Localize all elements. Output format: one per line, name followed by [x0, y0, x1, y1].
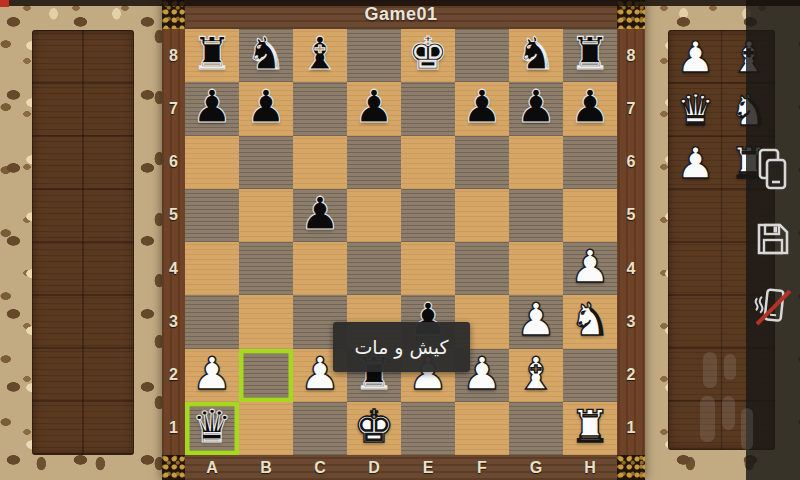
square-g4[interactable]	[509, 242, 563, 295]
square-e8[interactable]: ♚	[401, 29, 455, 82]
square-c4[interactable]	[293, 242, 347, 295]
piece-black-rook: ♜	[570, 31, 610, 76]
piece-white-pawn: ♟	[192, 351, 232, 396]
corner-ornament	[162, 455, 185, 480]
captured-piece-cell: ♟	[669, 31, 722, 84]
square-a3[interactable]	[185, 295, 239, 348]
file-label-b: B	[239, 455, 293, 480]
square-h7[interactable]: ♟	[563, 82, 617, 135]
square-h3[interactable]: ♞	[563, 295, 617, 348]
square-d6[interactable]	[347, 136, 401, 189]
file-label-h: H	[563, 455, 617, 480]
square-d4[interactable]	[347, 242, 401, 295]
square-a1[interactable]: ♛	[185, 402, 239, 455]
piece-black-pawn: ♟	[300, 191, 340, 236]
rank-label-2: 2	[162, 349, 185, 402]
rank-label-8: 8	[162, 29, 185, 82]
square-b1[interactable]	[239, 402, 293, 455]
square-h2[interactable]	[563, 349, 617, 402]
rank-label-4: 4	[162, 242, 185, 295]
file-label-a: A	[185, 455, 239, 480]
file-label-f: F	[455, 455, 509, 480]
square-b6[interactable]	[239, 136, 293, 189]
square-c6[interactable]	[293, 136, 347, 189]
square-b4[interactable]	[239, 242, 293, 295]
file-label-c: C	[293, 455, 347, 480]
rank-label-5: 5	[162, 189, 185, 242]
square-h1[interactable]: ♜	[563, 402, 617, 455]
square-b5[interactable]	[239, 189, 293, 242]
faded-decoration	[700, 396, 715, 442]
square-f6[interactable]	[455, 136, 509, 189]
square-e5[interactable]	[401, 189, 455, 242]
square-d7[interactable]: ♟	[347, 82, 401, 135]
square-f8[interactable]	[455, 29, 509, 82]
app-screen: Game01 ABCDEFGH 87654321 87654321 ♜♞♝♚♞♜…	[0, 0, 800, 480]
square-e1[interactable]	[401, 402, 455, 455]
square-e6[interactable]	[401, 136, 455, 189]
rank-label-3: 3	[617, 295, 645, 348]
file-label-d: D	[347, 455, 401, 480]
piece-white-king: ♚	[354, 404, 394, 449]
corner-ornament	[617, 455, 645, 480]
top-status-strip	[0, 0, 800, 6]
square-g1[interactable]	[509, 402, 563, 455]
piece-white-pawn: ♟	[676, 36, 715, 79]
square-b3[interactable]	[239, 295, 293, 348]
piece-black-pawn: ♟	[192, 84, 232, 129]
square-c1[interactable]	[293, 402, 347, 455]
square-f7[interactable]: ♟	[455, 82, 509, 135]
rank-label-7: 7	[617, 82, 645, 135]
rank-label-6: 6	[162, 136, 185, 189]
square-c5[interactable]: ♟	[293, 189, 347, 242]
square-e4[interactable]	[401, 242, 455, 295]
rank-label-1: 1	[162, 402, 185, 455]
square-a4[interactable]	[185, 242, 239, 295]
piece-black-pawn: ♟	[462, 84, 502, 129]
rank-label-3: 3	[162, 295, 185, 348]
piece-black-queen: ♛	[192, 404, 232, 449]
file-label-e: E	[401, 455, 455, 480]
checkmate-tooltip-text: کیش و مات	[354, 336, 448, 358]
square-g7[interactable]: ♟	[509, 82, 563, 135]
square-e7[interactable]	[401, 82, 455, 135]
rank-labels-left: 87654321	[162, 29, 185, 455]
piece-black-pawn: ♟	[246, 84, 286, 129]
faded-decoration	[703, 352, 717, 388]
vibrate-off-icon[interactable]	[751, 283, 795, 331]
square-a5[interactable]	[185, 189, 239, 242]
square-c8[interactable]: ♝	[293, 29, 347, 82]
file-labels: ABCDEFGH	[185, 455, 617, 480]
square-a2[interactable]: ♟	[185, 349, 239, 402]
square-g2[interactable]: ♝	[509, 349, 563, 402]
square-h4[interactable]: ♟	[563, 242, 617, 295]
square-h5[interactable]	[563, 189, 617, 242]
chess-board-frame: Game01 ABCDEFGH 87654321 87654321 ♜♞♝♚♞♜…	[162, 0, 645, 480]
square-g5[interactable]	[509, 189, 563, 242]
square-b7[interactable]: ♟	[239, 82, 293, 135]
piece-white-bishop: ♝	[516, 351, 556, 396]
square-c7[interactable]	[293, 82, 347, 135]
rank-label-7: 7	[162, 82, 185, 135]
checkmate-tooltip: کیش و مات	[333, 322, 470, 372]
piece-white-knight: ♞	[570, 297, 610, 342]
rank-label-4: 4	[617, 242, 645, 295]
square-a7[interactable]: ♟	[185, 82, 239, 135]
captured-piece-cell: ♛	[669, 84, 722, 137]
rank-label-6: 6	[617, 136, 645, 189]
captured-piece-cell: ♟	[669, 137, 722, 190]
square-f4[interactable]	[455, 242, 509, 295]
save-icon[interactable]	[751, 219, 795, 259]
piece-white-rook: ♜	[570, 404, 610, 449]
piece-black-pawn: ♟	[516, 84, 556, 129]
square-a8[interactable]: ♜	[185, 29, 239, 82]
piece-black-king: ♚	[408, 31, 448, 76]
captured-black-pieces-tray	[32, 30, 134, 455]
rank-label-2: 2	[617, 349, 645, 402]
square-f1[interactable]	[455, 402, 509, 455]
faded-decoration	[722, 396, 735, 430]
square-h8[interactable]: ♜	[563, 29, 617, 82]
square-h6[interactable]	[563, 136, 617, 189]
square-d1[interactable]: ♚	[347, 402, 401, 455]
notification-led	[0, 0, 9, 7]
piece-black-bishop: ♝	[300, 31, 340, 76]
rank-label-5: 5	[617, 189, 645, 242]
square-g3[interactable]: ♟	[509, 295, 563, 348]
piece-black-rook: ♜	[192, 31, 232, 76]
square-g6[interactable]	[509, 136, 563, 189]
file-label-g: G	[509, 455, 563, 480]
rank-label-8: 8	[617, 29, 645, 82]
piece-black-knight: ♞	[246, 31, 286, 76]
rotate-device-icon[interactable]	[751, 147, 795, 193]
piece-black-knight: ♞	[516, 31, 556, 76]
faded-decoration	[741, 408, 753, 450]
square-d5[interactable]	[347, 189, 401, 242]
piece-white-queen: ♛	[676, 89, 715, 132]
square-f5[interactable]	[455, 189, 509, 242]
square-d8[interactable]	[347, 29, 401, 82]
rank-labels-right: 87654321	[617, 29, 645, 455]
piece-black-pawn: ♟	[354, 84, 394, 129]
square-b2[interactable]	[239, 349, 293, 402]
rank-label-1: 1	[617, 402, 645, 455]
square-g8[interactable]: ♞	[509, 29, 563, 82]
piece-white-pawn: ♟	[676, 142, 715, 185]
faded-decoration	[724, 354, 736, 380]
square-a6[interactable]	[185, 136, 239, 189]
square-b8[interactable]: ♞	[239, 29, 293, 82]
game-title: Game01	[364, 4, 437, 25]
piece-white-pawn: ♟	[570, 244, 610, 289]
piece-black-pawn: ♟	[570, 84, 610, 129]
chess-board: ♜♞♝♚♞♜♟♟♟♟♟♟♟♟♟♟♞♟♟♜♟♟♝♛♚♜	[185, 29, 617, 455]
piece-white-pawn: ♟	[516, 297, 556, 342]
